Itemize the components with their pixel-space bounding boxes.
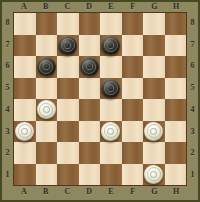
square-h6[interactable]	[165, 56, 187, 78]
checker-black-c7[interactable]	[58, 36, 77, 55]
square-e2[interactable]	[100, 142, 122, 164]
square-b4[interactable]	[36, 99, 58, 121]
file-bottom-label-D: D	[86, 188, 92, 196]
square-d6[interactable]	[79, 56, 101, 78]
file-top-label-F: F	[130, 3, 135, 11]
square-g2[interactable]	[143, 142, 165, 164]
checker-white-b4[interactable]	[37, 100, 56, 119]
file-top-label-A: A	[21, 3, 27, 11]
square-a8[interactable]	[14, 13, 36, 35]
square-d7[interactable]	[79, 35, 101, 57]
square-a7[interactable]	[14, 35, 36, 57]
square-g7[interactable]	[143, 35, 165, 57]
square-f5[interactable]	[122, 78, 144, 100]
file-top-label-H: H	[173, 3, 179, 11]
square-e7[interactable]	[100, 35, 122, 57]
square-e4[interactable]	[100, 99, 122, 121]
square-c5[interactable]	[57, 78, 79, 100]
square-g3[interactable]	[143, 121, 165, 143]
square-a3[interactable]	[14, 121, 36, 143]
square-e6[interactable]	[100, 56, 122, 78]
checker-black-e5[interactable]	[101, 79, 120, 98]
rank-right-label-4: 4	[191, 106, 195, 114]
square-e8[interactable]	[100, 13, 122, 35]
square-g1[interactable]	[143, 164, 165, 186]
file-labels-bottom: ABCDEFGH	[13, 186, 187, 200]
square-h4[interactable]	[165, 99, 187, 121]
rank-right-label-8: 8	[191, 19, 195, 27]
checker-white-e3[interactable]	[101, 122, 120, 141]
square-c7[interactable]	[57, 35, 79, 57]
rank-right-label-6: 6	[191, 62, 195, 70]
square-g5[interactable]	[143, 78, 165, 100]
square-h3[interactable]	[165, 121, 187, 143]
square-a1[interactable]	[14, 164, 36, 186]
file-bottom-label-B: B	[43, 188, 48, 196]
file-bottom-label-E: E	[108, 188, 113, 196]
square-h1[interactable]	[165, 164, 187, 186]
rank-left-label-7: 7	[6, 41, 10, 49]
rank-right-label-5: 5	[191, 84, 195, 92]
square-b8[interactable]	[36, 13, 58, 35]
rank-left-label-1: 1	[6, 171, 10, 179]
square-g8[interactable]	[143, 13, 165, 35]
square-f8[interactable]	[122, 13, 144, 35]
file-bottom-label-H: H	[173, 188, 179, 196]
square-f4[interactable]	[122, 99, 144, 121]
square-f3[interactable]	[122, 121, 144, 143]
checker-black-e7[interactable]	[101, 36, 120, 55]
file-bottom-label-C: C	[64, 188, 70, 196]
square-f1[interactable]	[122, 164, 144, 186]
square-d3[interactable]	[79, 121, 101, 143]
checkers-board-frame: ABCDEFGH 87654321 87654321 ABCDEFGH	[0, 0, 200, 202]
square-g6[interactable]	[143, 56, 165, 78]
square-c2[interactable]	[57, 142, 79, 164]
square-d8[interactable]	[79, 13, 101, 35]
square-a2[interactable]	[14, 142, 36, 164]
file-top-label-D: D	[86, 3, 92, 11]
square-a4[interactable]	[14, 99, 36, 121]
rank-labels-right: 87654321	[187, 12, 198, 186]
checker-black-d6[interactable]	[80, 57, 99, 76]
square-d2[interactable]	[79, 142, 101, 164]
square-h5[interactable]	[165, 78, 187, 100]
file-top-label-G: G	[151, 3, 157, 11]
file-bottom-label-G: G	[151, 188, 157, 196]
square-e3[interactable]	[100, 121, 122, 143]
square-b1[interactable]	[36, 164, 58, 186]
file-top-label-B: B	[43, 3, 48, 11]
rank-right-label-2: 2	[191, 149, 195, 157]
rank-left-label-8: 8	[6, 19, 10, 27]
rank-left-label-2: 2	[6, 149, 10, 157]
file-bottom-label-A: A	[21, 188, 27, 196]
square-h8[interactable]	[165, 13, 187, 35]
file-labels-top: ABCDEFGH	[13, 2, 187, 12]
rank-left-label-6: 6	[6, 62, 10, 70]
square-d4[interactable]	[79, 99, 101, 121]
square-c1[interactable]	[57, 164, 79, 186]
rank-right-label-3: 3	[191, 128, 195, 136]
square-h7[interactable]	[165, 35, 187, 57]
rank-left-label-4: 4	[6, 106, 10, 114]
square-b5[interactable]	[36, 78, 58, 100]
square-b3[interactable]	[36, 121, 58, 143]
rank-left-label-3: 3	[6, 128, 10, 136]
square-a5[interactable]	[14, 78, 36, 100]
square-f7[interactable]	[122, 35, 144, 57]
square-c8[interactable]	[57, 13, 79, 35]
board[interactable]	[13, 12, 187, 186]
file-top-label-C: C	[64, 3, 70, 11]
checker-white-a3[interactable]	[15, 122, 34, 141]
checker-white-g1[interactable]	[144, 165, 163, 184]
square-e1[interactable]	[100, 164, 122, 186]
square-f6[interactable]	[122, 56, 144, 78]
square-b7[interactable]	[36, 35, 58, 57]
square-d1[interactable]	[79, 164, 101, 186]
square-b6[interactable]	[36, 56, 58, 78]
square-c3[interactable]	[57, 121, 79, 143]
square-d5[interactable]	[79, 78, 101, 100]
square-c6[interactable]	[57, 56, 79, 78]
square-c4[interactable]	[57, 99, 79, 121]
rank-right-label-1: 1	[191, 171, 195, 179]
file-top-label-E: E	[108, 3, 113, 11]
checker-white-g3[interactable]	[144, 122, 163, 141]
rank-left-label-5: 5	[6, 84, 10, 92]
rank-labels-left: 87654321	[2, 12, 13, 186]
rank-right-label-7: 7	[191, 41, 195, 49]
square-a6[interactable]	[14, 56, 36, 78]
square-h2[interactable]	[165, 142, 187, 164]
square-f2[interactable]	[122, 142, 144, 164]
checker-black-b6[interactable]	[37, 57, 56, 76]
square-b2[interactable]	[36, 142, 58, 164]
square-e5[interactable]	[100, 78, 122, 100]
file-bottom-label-F: F	[130, 188, 135, 196]
square-g4[interactable]	[143, 99, 165, 121]
